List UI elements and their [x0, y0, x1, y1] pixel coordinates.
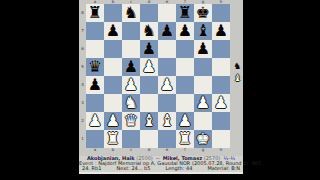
square-d4 [140, 76, 158, 94]
square-a4: ♟ [86, 76, 104, 94]
square-e1 [158, 130, 176, 148]
piece-white-bishop: ♝ [160, 112, 174, 130]
square-g7: ♝ [194, 22, 212, 40]
rank-label-5: 5 [79, 58, 86, 76]
square-a3 [86, 94, 104, 112]
square-c4: ♟ [122, 76, 140, 94]
material-status: Material: B:N [208, 166, 240, 171]
square-b1: ♜ [104, 130, 122, 148]
piece-black-pawn: ♟ [124, 58, 138, 76]
file-label-b: b [104, 148, 122, 152]
piece-black-queen: ♛ [88, 58, 102, 76]
piece-white-pawn: ♟ [178, 112, 192, 130]
piece-black-bishop: ♝ [196, 22, 210, 40]
square-e2: ♝ [158, 112, 176, 130]
square-h8 [212, 4, 230, 22]
square-c2: ♛ [122, 112, 140, 130]
game-length: Length: 44 [166, 166, 193, 171]
piece-white-bishop: ♝ [142, 112, 156, 130]
rank-label-8: 8 [79, 4, 86, 22]
rank-label-4: 4 [79, 76, 86, 94]
square-d1 [140, 130, 158, 148]
square-c8: ♞ [122, 4, 140, 22]
piece-black-pawn: ♟ [178, 22, 192, 40]
square-d3 [140, 94, 158, 112]
file-label-f: f [176, 148, 194, 152]
piece-black-knight: ♞ [124, 4, 138, 22]
letterbox-left [0, 0, 79, 180]
square-c7 [122, 22, 140, 40]
piece-black-pawn: ♟ [88, 76, 102, 94]
square-h5 [212, 58, 230, 76]
square-f7: ♟ [176, 22, 194, 40]
chess-board: ♜♞♜♚♟♞♟♟♝♟♟♟♛♟♟♟♟♟♞♟♟♟♟♛♝♝♟♜♜♚ [86, 4, 230, 148]
file-label-e: e [158, 148, 176, 152]
square-f3 [176, 94, 194, 112]
rank-label-6: 6 [79, 40, 86, 58]
square-a5: ♛ [86, 58, 104, 76]
file-label-a: a [86, 148, 104, 152]
square-d5: ♟ [140, 58, 158, 76]
square-f8: ♜ [176, 4, 194, 22]
square-f5 [176, 58, 194, 76]
square-d6: ♟ [140, 40, 158, 58]
file-label-c: c [122, 148, 140, 152]
square-d7: ♞ [140, 22, 158, 40]
square-f4 [176, 76, 194, 94]
square-h3: ♟ [212, 94, 230, 112]
square-b6 [104, 40, 122, 58]
piece-black-pawn: ♟ [196, 40, 210, 58]
last-move: 24. Rb1 [82, 166, 101, 171]
square-h7: ♟ [212, 22, 230, 40]
square-g8: ♚ [194, 4, 212, 22]
move-status-line: 24. Rb1 Next: 24... b5 Length: 44 Materi… [79, 166, 243, 171]
square-g1: ♚ [194, 130, 212, 148]
piece-white-pawn: ♟ [214, 94, 228, 112]
square-g4 [194, 76, 212, 94]
piece-black-pawn: ♟ [106, 22, 120, 40]
square-g3: ♟ [194, 94, 212, 112]
square-h4 [212, 76, 230, 94]
square-e6 [158, 40, 176, 58]
piece-white-pawn: ♟ [88, 112, 102, 130]
piece-black-king: ♚ [196, 4, 210, 22]
next-label: Next: [116, 165, 129, 171]
square-c3: ♞ [122, 94, 140, 112]
material-tray: ♞ ♝ [232, 60, 243, 90]
piece-black-pawn: ♟ [160, 22, 174, 40]
square-b3 [104, 94, 122, 112]
piece-white-queen: ♛ [124, 112, 138, 130]
piece-black-pawn: ♟ [142, 40, 156, 58]
square-a6 [86, 40, 104, 58]
file-labels-bottom: abcdefgh [86, 148, 230, 152]
file-label-d: d [140, 148, 158, 152]
square-c1 [122, 130, 140, 148]
square-a7 [86, 22, 104, 40]
material-label: Material: [208, 165, 230, 171]
material-white-bishop-icon: ♝ [233, 72, 241, 84]
square-e3 [158, 94, 176, 112]
square-b4 [104, 76, 122, 94]
piece-white-pawn: ♟ [124, 76, 138, 94]
piece-white-pawn: ♟ [106, 112, 120, 130]
square-e4: ♟ [158, 76, 176, 94]
file-label-h: h [212, 148, 230, 152]
square-b7: ♟ [104, 22, 122, 40]
square-c5: ♟ [122, 58, 140, 76]
rank-label-7: 7 [79, 22, 86, 40]
file-label-g: g [194, 148, 212, 152]
square-e5 [158, 58, 176, 76]
game-info-footer: Akobjanian, Haik (2500) -- Mikel, Tomasz… [79, 156, 243, 172]
square-g5 [194, 58, 212, 76]
rank-labels-left: 87654321 [79, 4, 86, 148]
rank-label-2: 2 [79, 112, 86, 130]
square-g2 [194, 112, 212, 130]
square-g6: ♟ [194, 40, 212, 58]
rank-label-1: 1 [79, 130, 86, 148]
piece-white-king: ♚ [196, 130, 210, 148]
length-label: Length: [166, 165, 185, 171]
piece-black-knight: ♞ [142, 22, 156, 40]
square-h6 [212, 40, 230, 58]
square-b8 [104, 4, 122, 22]
piece-white-rook: ♜ [106, 130, 120, 148]
video-frame: abcdefgh 87654321 ♜♞♜♚♟♞♟♟♝♟♟♟♛♟♟♟♟♟♞♟♟♟… [0, 0, 320, 180]
eco-code: A65 [251, 160, 261, 166]
square-a2: ♟ [86, 112, 104, 130]
piece-white-pawn: ♟ [196, 94, 210, 112]
square-a1 [86, 130, 104, 148]
piece-black-rook: ♜ [88, 4, 102, 22]
material-black-knight-icon: ♞ [233, 60, 241, 72]
piece-white-rook: ♜ [178, 130, 192, 148]
square-b5 [104, 58, 122, 76]
bottom-black-bar [79, 174, 243, 180]
square-f6 [176, 40, 194, 58]
piece-white-pawn: ♟ [142, 58, 156, 76]
rank-label-3: 3 [79, 94, 86, 112]
piece-black-pawn: ♟ [214, 22, 228, 40]
piece-white-knight: ♞ [124, 94, 138, 112]
square-h1 [212, 130, 230, 148]
square-b2: ♟ [104, 112, 122, 130]
piece-white-pawn: ♟ [160, 76, 174, 94]
square-f1: ♜ [176, 130, 194, 148]
square-e8 [158, 4, 176, 22]
piece-black-rook: ♜ [178, 4, 192, 22]
square-a8: ♜ [86, 4, 104, 22]
square-e7: ♟ [158, 22, 176, 40]
square-f2: ♟ [176, 112, 194, 130]
letterbox-right [243, 0, 320, 180]
chess-app-panel: abcdefgh 87654321 ♜♞♜♚♟♞♟♟♝♟♟♟♛♟♟♟♟♟♞♟♟♟… [79, 0, 243, 174]
square-d8 [140, 4, 158, 22]
next-move: Next: 24... b5 [116, 166, 150, 171]
square-c6 [122, 40, 140, 58]
square-d2: ♝ [140, 112, 158, 130]
square-h2 [212, 112, 230, 130]
